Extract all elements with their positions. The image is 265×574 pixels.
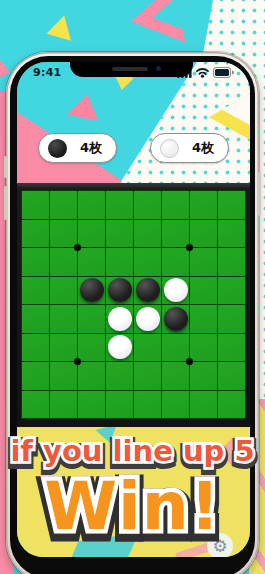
board-cell[interactable] — [134, 334, 161, 362]
star-point — [186, 244, 193, 251]
board-cell[interactable] — [50, 248, 77, 276]
board-cell[interactable] — [218, 277, 245, 305]
black-stone — [108, 278, 132, 302]
board-cell[interactable] — [78, 191, 105, 219]
board-cell[interactable] — [134, 220, 161, 248]
board-cell[interactable] — [218, 191, 245, 219]
cellular-signal-icon — [177, 67, 192, 78]
black-stone — [80, 278, 104, 302]
board-cell[interactable] — [218, 391, 245, 419]
black-stone — [136, 278, 160, 302]
app-store-screenshot: 9:41 — [0, 0, 265, 574]
star-point — [74, 244, 81, 251]
board-cell[interactable] — [50, 220, 77, 248]
board-cell[interactable] — [134, 362, 161, 390]
board-cell[interactable] — [162, 220, 189, 248]
board-cell[interactable] — [78, 334, 105, 362]
black-stone — [164, 307, 188, 331]
white-count-label: 4枚 — [192, 139, 214, 157]
board-grid — [21, 190, 246, 419]
board-cell[interactable] — [50, 191, 77, 219]
board-cell[interactable] — [50, 362, 77, 390]
board-cell[interactable] — [22, 305, 49, 333]
board-cell[interactable] — [134, 305, 161, 333]
board-cell[interactable] — [78, 391, 105, 419]
board-cell[interactable] — [22, 334, 49, 362]
board-cell[interactable] — [134, 391, 161, 419]
board-cell[interactable] — [106, 220, 133, 248]
board-cell[interactable] — [106, 391, 133, 419]
board-cell[interactable] — [218, 220, 245, 248]
board-cell[interactable] — [50, 277, 77, 305]
volume-down-button — [4, 186, 7, 220]
board-cell[interactable] — [106, 248, 133, 276]
board-cell[interactable] — [134, 277, 161, 305]
board-cell[interactable] — [22, 220, 49, 248]
board-cell[interactable] — [78, 305, 105, 333]
board-cell[interactable] — [106, 305, 133, 333]
board-cell[interactable] — [22, 277, 49, 305]
white-stone — [136, 307, 160, 331]
board-cell[interactable] — [162, 191, 189, 219]
white-stone — [108, 307, 132, 331]
board-cell[interactable] — [50, 391, 77, 419]
black-stone-icon — [48, 139, 67, 158]
status-bar: 9:41 — [17, 62, 250, 80]
board-cell[interactable] — [50, 334, 77, 362]
board-cell[interactable] — [162, 248, 189, 276]
board-cell[interactable] — [78, 277, 105, 305]
board-cell[interactable] — [218, 362, 245, 390]
top-area: 9:41 — [17, 62, 250, 183]
board-cell[interactable] — [190, 191, 217, 219]
board-cell[interactable] — [162, 391, 189, 419]
game-board-frame — [17, 183, 250, 427]
pink-outline-triangle — [125, 0, 199, 51]
board-cell[interactable] — [22, 248, 49, 276]
board-cell[interactable] — [134, 248, 161, 276]
game-board — [21, 190, 246, 419]
wifi-icon — [195, 67, 210, 78]
volume-up-button — [4, 156, 7, 178]
board-cell[interactable] — [78, 248, 105, 276]
board-cell[interactable] — [190, 248, 217, 276]
board-cell[interactable] — [190, 362, 217, 390]
white-stone-icon — [160, 139, 179, 158]
caption-line2: Win! — [0, 468, 265, 545]
caption-line1: if you line up 5 — [0, 434, 265, 468]
board-cell[interactable] — [106, 191, 133, 219]
board-cell[interactable] — [218, 334, 245, 362]
board-cell[interactable] — [106, 362, 133, 390]
board-cell[interactable] — [190, 277, 217, 305]
board-cell[interactable] — [78, 220, 105, 248]
board-cell[interactable] — [78, 362, 105, 390]
board-cell[interactable] — [162, 277, 189, 305]
board-cell[interactable] — [22, 191, 49, 219]
board-cell[interactable] — [22, 362, 49, 390]
white-stone — [164, 278, 188, 302]
status-time: 9:41 — [33, 66, 62, 79]
battery-icon — [213, 67, 234, 78]
board-cell[interactable] — [190, 220, 217, 248]
board-cell[interactable] — [190, 334, 217, 362]
board-cell[interactable] — [190, 391, 217, 419]
board-cell[interactable] — [162, 305, 189, 333]
power-button — [258, 172, 261, 216]
black-score-badge: 4枚 — [38, 133, 117, 163]
board-cell[interactable] — [134, 191, 161, 219]
board-cell[interactable] — [50, 305, 77, 333]
yellow-triangle — [43, 16, 71, 47]
board-cell[interactable] — [218, 248, 245, 276]
board-cell[interactable] — [218, 305, 245, 333]
status-icons — [177, 67, 234, 78]
board-cell[interactable] — [22, 391, 49, 419]
board-cell[interactable] — [162, 334, 189, 362]
black-count-label: 4枚 — [80, 139, 102, 157]
pink-diagonal-band — [17, 62, 121, 183]
board-cell[interactable] — [106, 277, 133, 305]
board-cell[interactable] — [162, 362, 189, 390]
board-cell[interactable] — [190, 305, 217, 333]
white-stone — [108, 335, 132, 359]
board-cell[interactable] — [106, 334, 133, 362]
star-point — [74, 358, 81, 365]
white-score-badge: 4枚 — [150, 133, 229, 163]
